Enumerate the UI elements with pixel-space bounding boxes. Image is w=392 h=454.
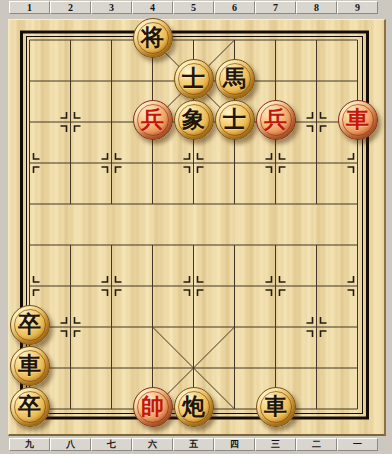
red-soldier-glyph: 兵 xyxy=(264,108,287,131)
black-chariot-glyph: 車 xyxy=(18,354,41,377)
bottom-file-label-7: 三 xyxy=(255,438,296,451)
black-advisor-glyph: 士 xyxy=(223,108,246,131)
top-file-label-2: 2 xyxy=(50,1,91,14)
black-advisor-glyph: 士 xyxy=(182,67,205,90)
piece-red-soldier[interactable]: 兵 xyxy=(133,100,173,140)
top-file-label-7: 7 xyxy=(255,1,296,14)
top-file-label-8: 8 xyxy=(296,1,337,14)
top-file-label-3: 3 xyxy=(91,1,132,14)
bottom-file-label-5: 五 xyxy=(173,438,214,451)
red-general-glyph: 帥 xyxy=(141,395,164,418)
piece-black-chariot[interactable]: 車 xyxy=(256,387,296,427)
xiangqi-app: 123456789 将士馬兵象士兵車卒車卒帥炮車 九八七六五四三二一 xyxy=(0,0,392,454)
bottom-file-label-9: 一 xyxy=(337,438,378,451)
black-cannon-glyph: 炮 xyxy=(182,395,205,418)
piece-black-general[interactable]: 将 xyxy=(133,18,173,58)
bottom-file-label-1: 九 xyxy=(9,438,50,451)
black-horse-glyph: 馬 xyxy=(223,67,246,90)
bottom-file-label-4: 六 xyxy=(132,438,173,451)
top-file-label-5: 5 xyxy=(173,1,214,14)
bottom-file-label-8: 二 xyxy=(296,438,337,451)
piece-black-elephant[interactable]: 象 xyxy=(174,100,214,140)
piece-black-advisor[interactable]: 士 xyxy=(174,59,214,99)
red-soldier-glyph: 兵 xyxy=(141,108,164,131)
top-file-label-1: 1 xyxy=(9,1,50,14)
top-file-label-6: 6 xyxy=(214,1,255,14)
top-file-label-9: 9 xyxy=(337,1,378,14)
piece-red-soldier[interactable]: 兵 xyxy=(256,100,296,140)
piece-black-advisor[interactable]: 士 xyxy=(215,100,255,140)
bottom-file-label-6: 四 xyxy=(214,438,255,451)
black-soldier-glyph: 卒 xyxy=(18,395,41,418)
piece-black-chariot[interactable]: 車 xyxy=(10,346,50,386)
piece-black-horse[interactable]: 馬 xyxy=(215,59,255,99)
bottom-file-label-3: 七 xyxy=(91,438,132,451)
top-coordinate-bar: 123456789 xyxy=(9,1,378,14)
top-file-label-4: 4 xyxy=(132,1,173,14)
bottom-file-label-2: 八 xyxy=(50,438,91,451)
bottom-coordinate-bar: 九八七六五四三二一 xyxy=(9,438,378,451)
black-chariot-glyph: 車 xyxy=(264,395,287,418)
piece-black-cannon[interactable]: 炮 xyxy=(174,387,214,427)
piece-black-soldier[interactable]: 卒 xyxy=(10,305,50,345)
piece-black-soldier[interactable]: 卒 xyxy=(10,387,50,427)
black-soldier-glyph: 卒 xyxy=(18,313,41,336)
red-chariot-glyph: 車 xyxy=(346,108,369,131)
piece-red-chariot[interactable]: 車 xyxy=(338,100,378,140)
black-elephant-glyph: 象 xyxy=(182,108,205,131)
piece-red-general[interactable]: 帥 xyxy=(133,387,173,427)
black-general-glyph: 将 xyxy=(141,26,164,49)
